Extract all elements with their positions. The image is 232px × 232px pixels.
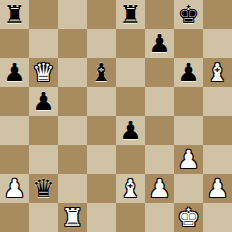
black-rook[interactable]: ♜ (3, 0, 25, 29)
square-c6[interactable] (58, 58, 87, 87)
square-b8[interactable] (29, 0, 58, 29)
square-c4[interactable] (58, 116, 87, 145)
square-c1[interactable]: ♜ (58, 203, 87, 232)
square-e7[interactable] (116, 29, 145, 58)
square-g3[interactable]: ♟ (174, 145, 203, 174)
square-h3[interactable] (203, 145, 232, 174)
square-b4[interactable] (29, 116, 58, 145)
square-h4[interactable] (203, 116, 232, 145)
square-g6[interactable]: ♟ (174, 58, 203, 87)
square-f4[interactable] (145, 116, 174, 145)
square-a2[interactable]: ♟ (0, 174, 29, 203)
black-pawn[interactable]: ♟ (177, 58, 199, 87)
square-g5[interactable] (174, 87, 203, 116)
square-b5[interactable]: ♟ (29, 87, 58, 116)
square-a6[interactable]: ♟ (0, 58, 29, 87)
square-a8[interactable]: ♜ (0, 0, 29, 29)
square-a1[interactable] (0, 203, 29, 232)
square-f2[interactable]: ♟ (145, 174, 174, 203)
square-g7[interactable] (174, 29, 203, 58)
square-a5[interactable] (0, 87, 29, 116)
square-d7[interactable] (87, 29, 116, 58)
white-pawn[interactable]: ♟ (3, 174, 25, 203)
square-f1[interactable] (145, 203, 174, 232)
square-d6[interactable]: ♝ (87, 58, 116, 87)
square-b7[interactable] (29, 29, 58, 58)
square-f8[interactable] (145, 0, 174, 29)
square-b2[interactable]: ♛ (29, 174, 58, 203)
square-c7[interactable] (58, 29, 87, 58)
square-h2[interactable]: ♟ (203, 174, 232, 203)
square-c5[interactable] (58, 87, 87, 116)
black-queen[interactable]: ♛ (32, 174, 54, 203)
square-h5[interactable] (203, 87, 232, 116)
black-bishop[interactable]: ♝ (90, 58, 112, 87)
square-e8[interactable]: ♜ (116, 0, 145, 29)
square-h7[interactable] (203, 29, 232, 58)
black-rook[interactable]: ♜ (119, 0, 141, 29)
square-h8[interactable] (203, 0, 232, 29)
square-a4[interactable] (0, 116, 29, 145)
white-pawn[interactable]: ♟ (148, 174, 170, 203)
black-pawn[interactable]: ♟ (119, 116, 141, 145)
square-d2[interactable] (87, 174, 116, 203)
square-a7[interactable] (0, 29, 29, 58)
square-h6[interactable]: ♝ (203, 58, 232, 87)
chess-board: ♜♜♚♟♟♛♝♟♝♟♟♟♟♛♝♟♟♜♚ (0, 0, 232, 232)
square-b1[interactable] (29, 203, 58, 232)
square-d3[interactable] (87, 145, 116, 174)
white-pawn[interactable]: ♟ (177, 145, 199, 174)
square-d8[interactable] (87, 0, 116, 29)
square-d1[interactable] (87, 203, 116, 232)
square-g4[interactable] (174, 116, 203, 145)
square-e3[interactable] (116, 145, 145, 174)
black-pawn[interactable]: ♟ (32, 87, 54, 116)
white-rook[interactable]: ♜ (61, 203, 83, 232)
square-d5[interactable] (87, 87, 116, 116)
white-queen[interactable]: ♛ (32, 58, 54, 87)
square-d4[interactable] (87, 116, 116, 145)
black-pawn[interactable]: ♟ (148, 29, 170, 58)
square-g8[interactable]: ♚ (174, 0, 203, 29)
square-e5[interactable] (116, 87, 145, 116)
square-e4[interactable]: ♟ (116, 116, 145, 145)
white-pawn[interactable]: ♟ (206, 174, 228, 203)
square-f7[interactable]: ♟ (145, 29, 174, 58)
square-a3[interactable] (0, 145, 29, 174)
white-bishop[interactable]: ♝ (206, 58, 228, 87)
white-bishop[interactable]: ♝ (119, 174, 141, 203)
square-c2[interactable] (58, 174, 87, 203)
black-pawn[interactable]: ♟ (3, 58, 25, 87)
square-f5[interactable] (145, 87, 174, 116)
black-king[interactable]: ♚ (177, 0, 199, 29)
square-f6[interactable] (145, 58, 174, 87)
square-c3[interactable] (58, 145, 87, 174)
square-e6[interactable] (116, 58, 145, 87)
square-g2[interactable] (174, 174, 203, 203)
white-king[interactable]: ♚ (177, 203, 199, 232)
square-e2[interactable]: ♝ (116, 174, 145, 203)
square-b3[interactable] (29, 145, 58, 174)
square-g1[interactable]: ♚ (174, 203, 203, 232)
square-e1[interactable] (116, 203, 145, 232)
square-c8[interactable] (58, 0, 87, 29)
square-b6[interactable]: ♛ (29, 58, 58, 87)
square-h1[interactable] (203, 203, 232, 232)
square-f3[interactable] (145, 145, 174, 174)
